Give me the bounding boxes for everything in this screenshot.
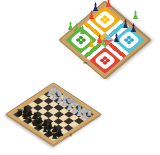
square-a8[interactable]: ♜ [48, 134, 58, 141]
ludo-pawn-green[interactable] [68, 21, 73, 30]
ludo-board-surface: ♔ [65, 6, 144, 73]
frame-engraving [70, 133, 72, 136]
ludo-board: ♔ [58, 0, 151, 79]
ludo-pawn-green[interactable] [133, 10, 138, 19]
piece-black-R[interactable]: ♜ [51, 132, 59, 141]
chess-board: ♜♞♝♚♛♝♞♜♟♟♟♟♟♟♟♟♟♟♟♟♟♟♟♟♜♞♝♚♛♝♞♜ [5, 82, 103, 146]
ludo-center-crown-icon: ♔ [102, 37, 107, 43]
ludo-board-frame: ♔ [58, 0, 151, 79]
product-photo[interactable]: ♔ ♜♞♝♚♛♝♞♜♟♟♟♟♟♟♟♟♟♟♟♟♟♟♟♟♜♞♝♚♛♝♞♜ [0, 0, 160, 155]
ludo-base-circle-red [94, 51, 116, 69]
frame-engraving [83, 62, 87, 64]
chess-board-surface: ♜♞♝♚♛♝♞♜♟♟♟♟♟♟♟♟♟♟♟♟♟♟♟♟♜♞♝♚♛♝♞♜ [13, 88, 94, 141]
ludo-base-circle-yellow [94, 10, 116, 28]
chess-board-frame: ♜♞♝♚♛♝♞♜♟♟♟♟♟♟♟♟♟♟♟♟♟♟♟♟♜♞♝♚♛♝♞♜ [5, 82, 103, 146]
ludo-base-circle-blue [118, 31, 140, 49]
